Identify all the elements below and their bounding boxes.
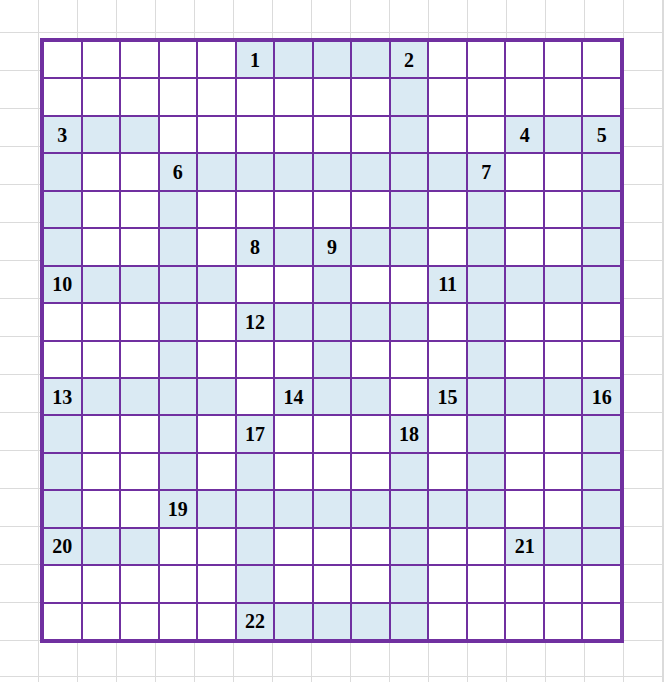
cell-r4c5[interactable] [198,154,235,189]
cell-r12c10[interactable] [391,454,428,489]
clue-number: 12 [245,312,265,332]
cell-r14c1[interactable]: 20 [44,529,81,564]
cell-r15c10[interactable] [391,566,428,601]
cell-r6c13 [506,229,543,264]
cell-r13c4[interactable]: 19 [160,491,197,526]
cell-r5c5 [198,192,235,227]
clue-number: 3 [57,125,67,145]
cell-r12c7 [275,454,312,489]
cell-r13c2 [83,491,120,526]
cell-r12c9 [352,454,389,489]
clue-number: 18 [399,424,419,444]
cell-r15c6[interactable] [237,566,274,601]
cell-r4c12[interactable]: 7 [468,154,505,189]
cell-r12c15[interactable] [583,454,620,489]
cell-r11c8 [314,416,351,451]
cell-r3c10[interactable] [391,117,428,152]
cell-r6c14 [545,229,582,264]
cell-r8c2 [83,304,120,339]
clue-number: 13 [52,387,72,407]
cell-r12c5 [198,454,235,489]
cell-r9c4[interactable] [160,342,197,377]
clue-number: 16 [592,387,612,407]
cell-r6c8[interactable]: 9 [314,229,351,264]
cell-r12c14 [545,454,582,489]
clue-number: 14 [283,387,303,407]
cell-r3c11 [429,117,466,152]
cell-r1c5 [198,42,235,77]
cell-r8c5 [198,304,235,339]
cell-r12c11 [429,454,466,489]
cell-r11c3 [121,416,158,451]
cell-r3c5 [198,117,235,152]
cell-r5c13 [506,192,543,227]
cell-r15c14 [545,566,582,601]
cell-r7c5[interactable] [198,267,235,302]
clue-number: 2 [404,50,414,70]
cell-r8c9[interactable] [352,304,389,339]
cell-r15c2 [83,566,120,601]
cell-r1c15 [583,42,620,77]
cell-r16c11 [429,604,466,639]
cell-r6c11 [429,229,466,264]
cell-r1c8[interactable] [314,42,351,77]
cell-r8c11 [429,304,466,339]
cell-r2c15 [583,79,620,114]
cell-r14c7 [275,529,312,564]
cell-r16c9[interactable] [352,604,389,639]
cell-r7c12[interactable] [468,267,505,302]
cell-r14c15[interactable] [583,529,620,564]
cell-r9c11 [429,342,466,377]
cell-r4c15[interactable] [583,154,620,189]
cell-r13c15[interactable] [583,491,620,526]
cell-r10c11[interactable]: 15 [429,379,466,414]
cell-r2c5 [198,79,235,114]
cell-r7c8[interactable] [314,267,351,302]
cell-r2c2 [83,79,120,114]
cell-r8c12[interactable] [468,304,505,339]
cell-r13c8[interactable] [314,491,351,526]
cell-r7c15[interactable] [583,267,620,302]
cell-r13c7[interactable] [275,491,312,526]
cell-r6c2 [83,229,120,264]
cell-r13c10[interactable] [391,491,428,526]
cell-r2c3 [121,79,158,114]
cell-r14c12 [468,529,505,564]
cell-r15c4 [160,566,197,601]
cell-r12c13 [506,454,543,489]
spreadsheet-background: 12345678910111213141516171819202122 [0,0,664,682]
clue-number: 22 [245,611,265,631]
cell-r8c10[interactable] [391,304,428,339]
cell-r10c6 [237,379,274,414]
clue-number: 4 [520,125,530,145]
cell-r13c5[interactable] [198,491,235,526]
clue-number: 21 [515,536,535,556]
cell-r16c12 [468,604,505,639]
cell-r7c6 [237,267,274,302]
cell-r9c14 [545,342,582,377]
cell-r15c1 [44,566,81,601]
cell-r2c9 [352,79,389,114]
cell-r5c7 [275,192,312,227]
cell-r13c6[interactable] [237,491,274,526]
clue-number: 9 [327,237,337,257]
cell-r14c2[interactable] [83,529,120,564]
cell-r7c9 [352,267,389,302]
cell-r1c13 [506,42,543,77]
cell-r6c10[interactable] [391,229,428,264]
cell-r8c7[interactable] [275,304,312,339]
cell-r11c12[interactable] [468,416,505,451]
clue-number: 15 [438,387,458,407]
cell-r4c1[interactable] [44,154,81,189]
cell-r2c13 [506,79,543,114]
cell-r12c8 [314,454,351,489]
cell-r15c11 [429,566,466,601]
cell-r4c2 [83,154,120,189]
cell-r15c15 [583,566,620,601]
cell-r12c4[interactable] [160,454,197,489]
cell-r4c6[interactable] [237,154,274,189]
clue-number: 5 [597,125,607,145]
cell-r6c9[interactable] [352,229,389,264]
cell-r4c13 [506,154,543,189]
cell-r14c11 [429,529,466,564]
cell-r5c15[interactable] [583,192,620,227]
clue-number: 7 [481,162,491,182]
cell-r1c4 [160,42,197,77]
cell-r2c12 [468,79,505,114]
cell-r7c13[interactable] [506,267,543,302]
cell-r5c2 [83,192,120,227]
cell-r3c13[interactable]: 4 [506,117,543,152]
cell-r13c9[interactable] [352,491,389,526]
cell-r16c7[interactable] [275,604,312,639]
cell-r3c3[interactable] [121,117,158,152]
clue-number: 10 [52,274,72,294]
cell-r14c5 [198,529,235,564]
cell-r2c7 [275,79,312,114]
cell-r11c2 [83,416,120,451]
cell-r16c8[interactable] [314,604,351,639]
cell-r3c2[interactable] [83,117,120,152]
cell-r8c13 [506,304,543,339]
cell-r7c4[interactable] [160,267,197,302]
cell-r2c4 [160,79,197,114]
cell-r16c2 [83,604,120,639]
cell-r15c13 [506,566,543,601]
cell-r12c6[interactable] [237,454,274,489]
cell-r11c13 [506,416,543,451]
cell-r1c3 [121,42,158,77]
cell-r7c3[interactable] [121,267,158,302]
cell-r3c1[interactable]: 3 [44,117,81,152]
cell-r4c10[interactable] [391,154,428,189]
cell-r8c14 [545,304,582,339]
cell-r12c2 [83,454,120,489]
clue-number: 11 [438,274,457,294]
cell-r5c10[interactable] [391,192,428,227]
cell-r1c9[interactable] [352,42,389,77]
clue-number: 19 [168,499,188,519]
cell-r7c7 [275,267,312,302]
cell-r9c2 [83,342,120,377]
cell-r4c3 [121,154,158,189]
cell-r14c8 [314,529,351,564]
cell-r10c5[interactable] [198,379,235,414]
cell-r12c3 [121,454,158,489]
cell-r9c7 [275,342,312,377]
clue-number: 1 [250,50,260,70]
cell-r11c15[interactable] [583,416,620,451]
cell-r8c3 [121,304,158,339]
cell-r16c3 [121,604,158,639]
cell-r7c2[interactable] [83,267,120,302]
cell-r6c1[interactable] [44,229,81,264]
cell-r7c11[interactable]: 11 [429,267,466,302]
clue-number: 17 [245,424,265,444]
cell-r9c6 [237,342,274,377]
cell-r8c1 [44,304,81,339]
cell-r6c6[interactable]: 8 [237,229,274,264]
cell-r5c14 [545,192,582,227]
cell-r2c1 [44,79,81,114]
cell-r2c6 [237,79,274,114]
cell-r5c11 [429,192,466,227]
cell-r16c14 [545,604,582,639]
cell-r14c3[interactable] [121,529,158,564]
cell-r1c6[interactable]: 1 [237,42,274,77]
cell-r9c12[interactable] [468,342,505,377]
cell-r16c10[interactable] [391,604,428,639]
cell-r8c6[interactable]: 12 [237,304,274,339]
cell-r10c1[interactable]: 13 [44,379,81,414]
cell-r9c8[interactable] [314,342,351,377]
cell-r5c8 [314,192,351,227]
cell-r1c12 [468,42,505,77]
cell-r8c15 [583,304,620,339]
cell-r10c8[interactable] [314,379,351,414]
cell-r16c5 [198,604,235,639]
clue-number: 8 [250,237,260,257]
cell-r6c15[interactable] [583,229,620,264]
cell-r13c11[interactable] [429,491,466,526]
clue-number: 6 [173,162,183,182]
cell-r13c14 [545,491,582,526]
cell-r2c11 [429,79,466,114]
cell-r7c10 [391,267,428,302]
cell-r11c4[interactable] [160,416,197,451]
cell-r2c8 [314,79,351,114]
cell-r4c11[interactable] [429,154,466,189]
cell-r1c1 [44,42,81,77]
cell-r2c14 [545,79,582,114]
cell-r10c4[interactable] [160,379,197,414]
cell-r14c10[interactable] [391,529,428,564]
cell-r4c7[interactable] [275,154,312,189]
cell-r10c10 [391,379,428,414]
cell-r8c8[interactable] [314,304,351,339]
cell-r10c12[interactable] [468,379,505,414]
cell-r9c9 [352,342,389,377]
cell-r5c6 [237,192,274,227]
cell-r9c3 [121,342,158,377]
cell-r13c1[interactable] [44,491,81,526]
cell-r15c8 [314,566,351,601]
cell-r6c4[interactable] [160,229,197,264]
cell-r4c4[interactable]: 6 [160,154,197,189]
cell-r10c7[interactable]: 14 [275,379,312,414]
cell-r1c7[interactable] [275,42,312,77]
cell-r11c14 [545,416,582,451]
cell-r10c14[interactable] [545,379,582,414]
cell-r5c1[interactable] [44,192,81,227]
cell-r9c15 [583,342,620,377]
cell-r3c12 [468,117,505,152]
cell-r15c5 [198,566,235,601]
cell-r5c3 [121,192,158,227]
cell-r4c9[interactable] [352,154,389,189]
cell-r1c14 [545,42,582,77]
puzzle-board: 12345678910111213141516171819202122 [40,38,624,643]
cell-r3c6 [237,117,274,152]
cell-r14c6[interactable] [237,529,274,564]
cell-r10c2[interactable] [83,379,120,414]
cell-r16c15 [583,604,620,639]
cell-r3c15[interactable]: 5 [583,117,620,152]
cell-r11c5 [198,416,235,451]
cell-r9c13 [506,342,543,377]
cell-r3c14[interactable] [545,117,582,152]
cell-r9c10 [391,342,428,377]
cell-r14c14[interactable] [545,529,582,564]
cell-r6c3 [121,229,158,264]
cell-r15c12 [468,566,505,601]
cell-r16c6[interactable]: 22 [237,604,274,639]
cell-r8c4[interactable] [160,304,197,339]
cell-r10c13[interactable] [506,379,543,414]
cell-r16c4 [160,604,197,639]
cell-r12c1[interactable] [44,454,81,489]
cell-r7c1[interactable]: 10 [44,267,81,302]
cell-r13c13 [506,491,543,526]
cell-r11c10[interactable]: 18 [391,416,428,451]
cell-r2c10[interactable] [391,79,428,114]
cell-r5c12[interactable] [468,192,505,227]
cell-r4c8[interactable] [314,154,351,189]
cell-r12c12[interactable] [468,454,505,489]
cell-r1c11 [429,42,466,77]
cell-r5c9 [352,192,389,227]
cell-r16c1 [44,604,81,639]
cell-r11c11 [429,416,466,451]
cell-r11c9 [352,416,389,451]
cell-r4c14 [545,154,582,189]
cell-r6c12[interactable] [468,229,505,264]
cell-r11c7 [275,416,312,451]
cell-r13c3 [121,491,158,526]
cell-r11c1[interactable] [44,416,81,451]
cell-r11c6[interactable]: 17 [237,416,274,451]
cell-r9c5 [198,342,235,377]
cell-r1c10[interactable]: 2 [391,42,428,77]
cell-r6c7[interactable] [275,229,312,264]
cell-r7c14[interactable] [545,267,582,302]
cell-r3c4 [160,117,197,152]
clue-number: 20 [52,536,72,556]
cell-r15c7 [275,566,312,601]
cell-r16c13 [506,604,543,639]
cell-r10c15[interactable]: 16 [583,379,620,414]
cell-r14c9 [352,529,389,564]
cell-r15c3 [121,566,158,601]
cell-r15c9 [352,566,389,601]
cell-r14c13[interactable]: 21 [506,529,543,564]
cell-r13c12[interactable] [468,491,505,526]
cell-r10c3[interactable] [121,379,158,414]
cell-r10c9[interactable] [352,379,389,414]
cell-r3c9 [352,117,389,152]
cell-r3c7 [275,117,312,152]
cell-r6c5 [198,229,235,264]
cell-r3c8 [314,117,351,152]
cell-r9c1 [44,342,81,377]
cell-r5c4[interactable] [160,192,197,227]
cell-r14c4 [160,529,197,564]
cell-r1c2 [83,42,120,77]
